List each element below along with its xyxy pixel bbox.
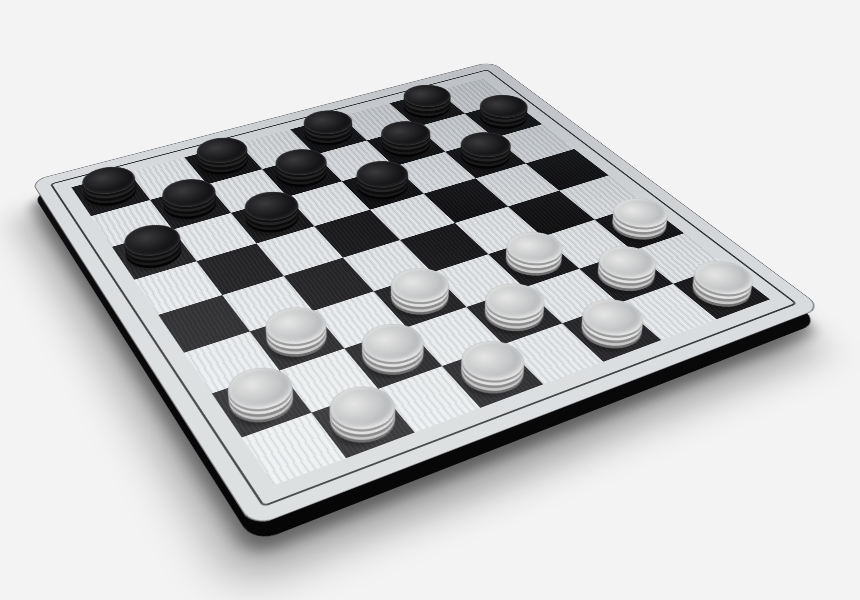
white-checker-r6c2[interactable] [352,332,434,384]
white-checker-r6c6[interactable] [587,255,666,299]
white-checker-r6c0[interactable] [220,375,304,431]
white-checker-r5c1[interactable] [257,315,337,365]
white-checker-r6c4[interactable] [474,292,555,340]
black-checker-r2c0[interactable] [118,233,189,275]
scene [0,0,860,600]
white-checker-r5c5[interactable] [495,240,572,283]
white-checker-r7c7[interactable] [681,269,763,315]
white-checker-r5c3[interactable] [381,276,459,322]
